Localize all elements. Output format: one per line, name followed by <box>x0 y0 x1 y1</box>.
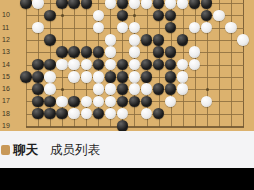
row-coordinate-label: 19 <box>2 122 16 130</box>
white-stone <box>177 71 189 83</box>
chat-bubble-icon <box>1 145 10 155</box>
white-stone <box>129 34 141 46</box>
white-stone <box>201 22 213 34</box>
white-stone <box>129 0 141 9</box>
row-coordinate-label: 17 <box>2 97 16 105</box>
star-point <box>61 88 64 91</box>
white-stone <box>117 22 129 34</box>
black-stone <box>153 34 165 46</box>
white-stone <box>177 59 189 71</box>
white-stone <box>93 10 105 22</box>
star-point <box>61 14 64 17</box>
black-stone <box>68 0 80 9</box>
black-stone <box>117 96 129 108</box>
black-stone <box>20 0 32 9</box>
white-stone <box>189 59 201 71</box>
row-coordinate-label: 12 <box>2 36 16 44</box>
white-stone <box>189 46 201 58</box>
black-stone <box>20 71 32 83</box>
black-stone <box>44 10 56 22</box>
white-stone <box>32 0 44 9</box>
white-stone <box>225 22 237 34</box>
white-stone <box>129 83 141 95</box>
white-stone <box>189 22 201 34</box>
black-stone <box>153 59 165 71</box>
white-stone <box>68 59 80 71</box>
row-coordinate-label: 11 <box>2 24 16 32</box>
white-stone <box>237 34 249 46</box>
row-coordinate-label: 13 <box>2 48 16 56</box>
black-stone <box>165 22 177 34</box>
black-stone <box>153 108 165 120</box>
star-point <box>206 88 209 91</box>
white-stone <box>105 46 117 58</box>
black-stone <box>201 0 213 9</box>
black-stone <box>68 96 80 108</box>
black-stone <box>165 83 177 95</box>
board-grid-line <box>26 0 27 127</box>
black-stone <box>44 59 56 71</box>
black-stone <box>117 0 129 9</box>
white-stone <box>32 22 44 34</box>
white-stone <box>129 71 141 83</box>
white-stone <box>129 59 141 71</box>
white-stone <box>105 96 117 108</box>
black-stone <box>153 10 165 22</box>
black-stone <box>165 10 177 22</box>
white-stone <box>105 59 117 71</box>
white-stone <box>177 83 189 95</box>
white-stone <box>129 22 141 34</box>
black-stone <box>117 71 129 83</box>
tab-bar: 聊天 成员列表 <box>0 131 254 168</box>
star-point <box>133 14 136 17</box>
tab-member-list[interactable]: 成员列表 <box>50 143 100 157</box>
black-stone <box>117 10 129 22</box>
white-stone <box>44 71 56 83</box>
white-stone <box>129 46 141 58</box>
black-stone <box>117 59 129 71</box>
white-stone <box>105 34 117 46</box>
white-stone <box>141 108 153 120</box>
white-stone <box>141 0 153 9</box>
black-stone <box>141 59 153 71</box>
black-stone <box>117 83 129 95</box>
white-stone <box>213 10 225 22</box>
white-stone <box>93 83 105 95</box>
black-stone <box>44 96 56 108</box>
white-stone <box>56 96 68 108</box>
white-stone <box>68 71 80 83</box>
row-coordinate-label: 16 <box>2 85 16 93</box>
white-stone <box>141 83 153 95</box>
row-coordinate-label: 14 <box>2 61 16 69</box>
white-stone <box>93 96 105 108</box>
black-stone <box>56 108 68 120</box>
board-grid-line <box>26 126 244 128</box>
go-app-screen: 10111213141516171819 聊天 成员列表 <box>0 0 254 190</box>
white-stone <box>81 59 93 71</box>
row-coordinate-label: 10 <box>2 11 16 19</box>
black-stone <box>56 46 68 58</box>
white-stone <box>105 108 117 120</box>
white-stone <box>44 83 56 95</box>
white-stone <box>105 0 117 9</box>
black-stone <box>165 71 177 83</box>
go-board[interactable]: 10111213141516171819 <box>0 0 254 131</box>
black-stone <box>153 0 165 9</box>
black-stone <box>81 0 93 9</box>
black-stone <box>32 96 44 108</box>
black-stone <box>129 96 141 108</box>
white-stone <box>81 71 93 83</box>
white-stone <box>201 96 213 108</box>
black-stone <box>105 71 117 83</box>
black-stone <box>141 96 153 108</box>
black-stone <box>44 108 56 120</box>
row-coordinate-label: 18 <box>2 110 16 118</box>
board-grid-line <box>243 0 245 127</box>
black-stone <box>93 46 105 58</box>
black-stone <box>56 0 68 9</box>
white-stone <box>165 96 177 108</box>
white-stone <box>165 0 177 9</box>
system-nav-bar <box>0 168 254 190</box>
tab-chat[interactable]: 聊天 <box>13 143 38 157</box>
white-stone <box>117 108 129 120</box>
black-stone <box>201 10 213 22</box>
black-stone <box>189 0 201 9</box>
black-stone <box>68 46 80 58</box>
black-stone <box>32 108 44 120</box>
white-stone <box>81 108 93 120</box>
black-stone <box>44 34 56 46</box>
row-coordinate-label: 15 <box>2 73 16 81</box>
white-stone <box>68 108 80 120</box>
black-stone <box>141 34 153 46</box>
white-stone <box>56 59 68 71</box>
black-stone <box>32 71 44 83</box>
black-stone <box>32 59 44 71</box>
black-stone <box>141 71 153 83</box>
black-stone <box>165 59 177 71</box>
white-stone <box>93 22 105 34</box>
white-stone <box>105 83 117 95</box>
white-stone <box>177 0 189 9</box>
black-stone <box>165 46 177 58</box>
black-stone <box>81 46 93 58</box>
black-stone <box>153 46 165 58</box>
black-stone <box>153 83 165 95</box>
white-stone <box>93 71 105 83</box>
black-stone <box>32 83 44 95</box>
black-stone <box>93 59 105 71</box>
board-grid-line <box>231 0 232 127</box>
black-stone <box>117 120 129 131</box>
black-stone <box>177 34 189 46</box>
black-stone <box>93 108 105 120</box>
white-stone <box>81 96 93 108</box>
